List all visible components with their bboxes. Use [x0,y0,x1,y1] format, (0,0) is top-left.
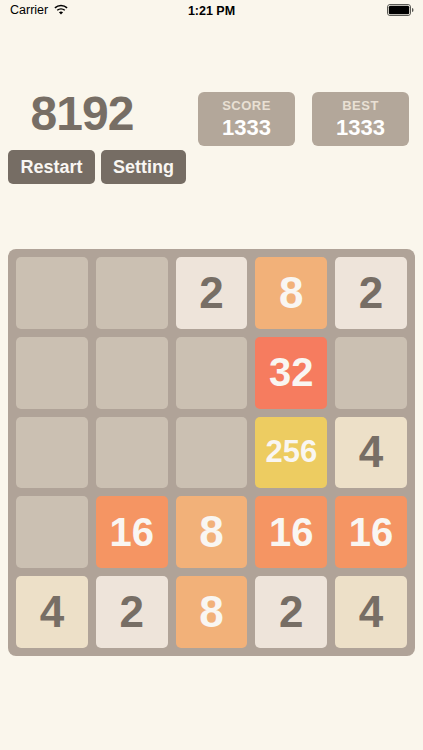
tile-8-r4c3: 8 [176,496,248,568]
tile-8-r1c4: 8 [255,257,327,329]
tile-4-r5c5: 4 [335,576,407,648]
tile-2-r1c3: 2 [176,257,248,329]
game-title: 8192 [26,86,138,141]
tile-4-r3c5: 4 [335,417,407,489]
tile-2-r1c5: 2 [335,257,407,329]
empty-cell-r2c2 [96,337,168,409]
tile-8-r5c3: 8 [176,576,248,648]
tile-2-r5c2: 2 [96,576,168,648]
score-value: 1333 [222,115,271,141]
empty-cell-r2c5 [335,337,407,409]
tile-32-r2c4: 32 [255,337,327,409]
empty-cell-r1c1 [16,257,88,329]
best-box: BEST 1333 [312,92,409,146]
setting-button[interactable]: Setting [101,150,186,184]
empty-cell-r3c3 [176,417,248,489]
status-bar: Carrier 1:21 PM [0,0,423,22]
empty-cell-r1c2 [96,257,168,329]
status-bar-right [387,4,414,16]
empty-cell-r4c1 [16,496,88,568]
tile-16-r4c5: 16 [335,496,407,568]
clock: 1:21 PM [0,4,423,18]
board[interactable]: 282322564168161642824 [8,249,415,656]
app-screen: Carrier 1:21 PM 8192 SCORE 1333 BEST 133… [0,0,423,750]
tile-16-r4c4: 16 [255,496,327,568]
battery-icon [387,4,414,16]
empty-cell-r2c1 [16,337,88,409]
empty-cell-r3c1 [16,417,88,489]
restart-button[interactable]: Restart [8,150,95,184]
tile-4-r5c1: 4 [16,576,88,648]
tile-16-r4c2: 16 [96,496,168,568]
tile-256-r3c4: 256 [255,417,327,489]
best-label: BEST [342,99,379,112]
tile-2-r5c4: 2 [255,576,327,648]
best-value: 1333 [336,115,385,141]
score-label: SCORE [222,99,271,112]
score-box: SCORE 1333 [198,92,295,146]
empty-cell-r2c3 [176,337,248,409]
empty-cell-r3c2 [96,417,168,489]
